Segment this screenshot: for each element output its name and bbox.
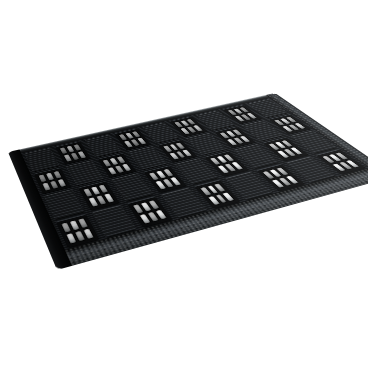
drainage-hole xyxy=(104,194,114,203)
drainage-hole xyxy=(71,153,79,160)
drainage-hole xyxy=(98,185,107,193)
drainage-hole xyxy=(109,158,118,165)
drainage-hole xyxy=(66,233,76,244)
drainage-hole xyxy=(42,182,50,190)
drainage-hole xyxy=(75,231,85,241)
drainage-hole xyxy=(102,159,111,166)
drainage-hole xyxy=(61,222,70,232)
drainage-hole xyxy=(70,220,80,230)
drainage-hole xyxy=(91,187,100,195)
drainage-hole xyxy=(50,181,58,189)
drainage-hole xyxy=(88,197,97,206)
drainage-hole xyxy=(66,146,74,153)
drainage-hole xyxy=(83,188,92,197)
drainage-hole xyxy=(46,172,54,180)
drainage-hole xyxy=(116,156,125,163)
drainage-hole xyxy=(73,144,81,151)
product-photo xyxy=(0,0,368,368)
drainage-hole xyxy=(96,195,106,204)
drainage-hole xyxy=(38,174,46,182)
drainage-hole xyxy=(64,154,72,161)
drainage-hole xyxy=(107,167,116,175)
doormat xyxy=(8,93,368,270)
drainage-hole xyxy=(78,218,88,228)
drainage-hole xyxy=(58,179,66,187)
drainage-hole xyxy=(78,151,86,158)
drainage-hole xyxy=(53,171,61,179)
drainage-hole xyxy=(60,147,68,154)
drainage-hole xyxy=(83,228,93,238)
